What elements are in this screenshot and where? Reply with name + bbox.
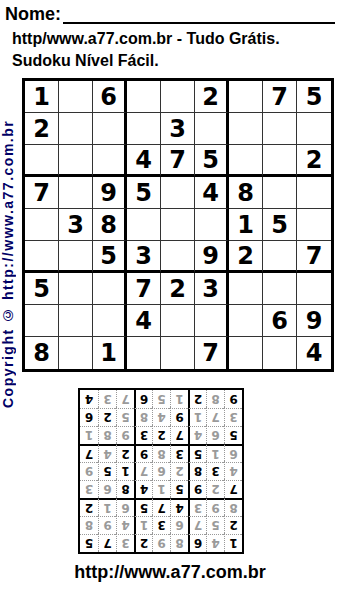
puzzle-cell: 7 [297, 241, 331, 273]
solution-cell: 7 [98, 534, 116, 552]
solution-cell: 5 [206, 516, 224, 534]
puzzle-cell: 4 [195, 177, 229, 209]
solution-cell: 5 [224, 426, 242, 444]
puzzle-cell [127, 337, 161, 369]
puzzle-cell: 8 [229, 177, 263, 209]
puzzle-cell [59, 177, 93, 209]
puzzle-cell: 5 [127, 177, 161, 209]
puzzle-cell [263, 113, 297, 145]
solution-cell: 7 [206, 408, 224, 426]
puzzle-cell [161, 81, 195, 113]
solution-cell: 7 [170, 426, 188, 444]
solution-cell: 1 [224, 534, 242, 552]
puzzle-cell: 1 [93, 337, 127, 369]
puzzle-cell [59, 241, 93, 273]
solution-cell: 1 [152, 480, 170, 498]
solution-cell: 1 [98, 498, 116, 516]
solution-cell: 4 [80, 390, 98, 408]
solution-cell: 8 [80, 516, 98, 534]
solution-cell: 7 [134, 462, 152, 480]
puzzle-cell: 4 [127, 145, 161, 177]
sudoku-print-page: Nome: http/www.a77.com.br - Tudo Grátis.… [0, 0, 340, 596]
solution-cell: 9 [188, 480, 206, 498]
solution-cell: 8 [224, 498, 242, 516]
puzzle-cell: 3 [161, 113, 195, 145]
puzzle-cell: 2 [297, 145, 331, 177]
puzzle-cell [263, 273, 297, 305]
solution-cell: 4 [134, 480, 152, 498]
solution-cell: 4 [224, 462, 242, 480]
puzzle-cell: 1 [25, 81, 59, 113]
footer-url: http://www.a77.com.br [0, 562, 340, 583]
puzzle-cell [161, 177, 195, 209]
puzzle-cell: 4 [297, 337, 331, 369]
puzzle-cell [297, 209, 331, 241]
solution-cell: 4 [170, 498, 188, 516]
puzzle-cell: 2 [195, 81, 229, 113]
puzzle-cell [59, 145, 93, 177]
solution-grid: 1468923752576314988934756127295148634382… [78, 388, 244, 554]
solution-cell: 3 [152, 516, 170, 534]
puzzle-cell [25, 241, 59, 273]
puzzle-cell [161, 209, 195, 241]
puzzle-cell [229, 113, 263, 145]
puzzle-cell: 3 [59, 209, 93, 241]
solution-cell: 7 [116, 390, 134, 408]
solution-cell: 6 [98, 480, 116, 498]
solution-cell: 3 [116, 534, 134, 552]
puzzle-cell [59, 305, 93, 337]
solution-cell: 3 [80, 480, 98, 498]
solution-cell: 9 [80, 462, 98, 480]
solution-cell: 8 [170, 534, 188, 552]
solution-cell: 9 [116, 426, 134, 444]
puzzle-cell: 7 [127, 273, 161, 305]
solution-cell: 2 [188, 390, 206, 408]
puzzle-cell [93, 113, 127, 145]
solution-cell: 8 [206, 390, 224, 408]
puzzle-cell: 9 [195, 241, 229, 273]
puzzle-cell: 7 [263, 81, 297, 113]
puzzle-cell [93, 305, 127, 337]
solution-cell: 9 [170, 408, 188, 426]
puzzle-cell: 5 [297, 81, 331, 113]
solution-cell: 8 [188, 462, 206, 480]
solution-cell: 7 [152, 498, 170, 516]
puzzle-cell: 2 [161, 273, 195, 305]
puzzle-cell [297, 177, 331, 209]
solution-cell: 9 [134, 444, 152, 462]
solution-cell: 9 [98, 516, 116, 534]
solution-cell: 6 [116, 498, 134, 516]
solution-cell: 2 [206, 480, 224, 498]
puzzle-cell: 8 [25, 337, 59, 369]
copyright-vertical: Copyright © http://www.a77.com.br [0, 84, 20, 444]
solution-cell: 5 [98, 462, 116, 480]
solution-cell: 5 [152, 390, 170, 408]
puzzle-cell: 6 [93, 81, 127, 113]
solution-cell: 5 [134, 498, 152, 516]
solution-cell: 9 [224, 390, 242, 408]
name-row: Nome: [0, 0, 340, 24]
puzzle-grid: 162752347527954838155392757234698174 [22, 78, 334, 372]
puzzle-cell [229, 305, 263, 337]
solution-cell: 6 [224, 444, 242, 462]
puzzle-cell [263, 177, 297, 209]
solution-cell: 4 [98, 444, 116, 462]
puzzle-cell [93, 273, 127, 305]
puzzle-cell [127, 81, 161, 113]
solution-cell: 8 [134, 408, 152, 426]
puzzle-cell: 7 [25, 177, 59, 209]
puzzle-cell [127, 113, 161, 145]
puzzle-cell: 3 [127, 241, 161, 273]
puzzle-cell [195, 305, 229, 337]
solution-cell: 3 [206, 462, 224, 480]
puzzle-cell [161, 337, 195, 369]
puzzle-cell: 6 [263, 305, 297, 337]
solution-cell: 3 [170, 444, 188, 462]
solution-cell: 1 [188, 408, 206, 426]
solution-cell: 2 [224, 516, 242, 534]
solution-cell: 6 [152, 462, 170, 480]
puzzle-cell [297, 113, 331, 145]
puzzle-cell [263, 337, 297, 369]
puzzle-cell: 5 [93, 241, 127, 273]
puzzle-cell: 5 [25, 273, 59, 305]
solution-cell: 7 [188, 516, 206, 534]
puzzle-cell [229, 273, 263, 305]
puzzle-cell: 7 [195, 337, 229, 369]
solution-cell: 8 [152, 444, 170, 462]
solution-cell: 4 [206, 534, 224, 552]
puzzle-title: Sudoku Nível Fácil. [12, 52, 340, 70]
puzzle-cell [161, 241, 195, 273]
site-tagline: http/www.a77.com.br - Tudo Grátis. [12, 30, 340, 48]
puzzle-cell: 5 [195, 145, 229, 177]
puzzle-cell [195, 209, 229, 241]
puzzle-cell [25, 209, 59, 241]
solution-cell: 1 [206, 444, 224, 462]
puzzle-cell [263, 145, 297, 177]
puzzle-cell [25, 305, 59, 337]
solution-cell: 2 [170, 462, 188, 480]
puzzle-cell: 7 [161, 145, 195, 177]
puzzle-cell [229, 81, 263, 113]
solution-cell: 2 [134, 534, 152, 552]
puzzle-cell [59, 337, 93, 369]
puzzle-cell: 5 [263, 209, 297, 241]
solution-cell: 7 [224, 480, 242, 498]
puzzle-cell [59, 273, 93, 305]
puzzle-cell [229, 145, 263, 177]
solution-cell: 3 [134, 426, 152, 444]
solution-cell: 7 [80, 444, 98, 462]
puzzle-cell [59, 113, 93, 145]
solution-cell: 6 [170, 516, 188, 534]
puzzle-cell [127, 209, 161, 241]
solution-cell: 5 [170, 480, 188, 498]
solution-cell: 4 [116, 516, 134, 534]
puzzle-cell: 9 [93, 177, 127, 209]
solution-cell: 6 [206, 426, 224, 444]
solution-cell: 6 [134, 390, 152, 408]
puzzle-cell [263, 241, 297, 273]
solution-cell: 1 [134, 516, 152, 534]
solution-cell: 9 [152, 534, 170, 552]
solution-cell: 8 [116, 480, 134, 498]
puzzle-cell: 3 [195, 273, 229, 305]
solution-cell: 1 [80, 426, 98, 444]
solution-cell: 4 [188, 426, 206, 444]
solution-cell: 2 [80, 498, 98, 516]
puzzle-cell [25, 145, 59, 177]
solution-cell: 3 [224, 408, 242, 426]
puzzle-cell: 8 [93, 209, 127, 241]
puzzle-cell [195, 113, 229, 145]
puzzle-cell [93, 145, 127, 177]
solution-cell: 2 [98, 408, 116, 426]
puzzle-cell: 9 [297, 305, 331, 337]
solution-cell: 5 [188, 444, 206, 462]
solution-cell: 3 [188, 498, 206, 516]
solution-cell: 4 [152, 408, 170, 426]
puzzle-cell: 2 [229, 241, 263, 273]
name-underline [63, 7, 335, 24]
puzzle-cell: 4 [127, 305, 161, 337]
solution-cell: 5 [80, 534, 98, 552]
puzzle-cell: 2 [25, 113, 59, 145]
solution-cell: 9 [206, 498, 224, 516]
solution-cell: 6 [80, 408, 98, 426]
puzzle-cell [161, 305, 195, 337]
solution-cell: 3 [98, 390, 116, 408]
solution-cell: 2 [152, 426, 170, 444]
puzzle-cell [59, 81, 93, 113]
puzzle-cell [297, 273, 331, 305]
solution-cell: 8 [98, 426, 116, 444]
puzzle-cell [229, 337, 263, 369]
solution-cell: 1 [116, 462, 134, 480]
puzzle-cell: 1 [229, 209, 263, 241]
solution-cell: 5 [116, 408, 134, 426]
name-label: Nome: [5, 4, 61, 24]
solution-cell: 6 [188, 534, 206, 552]
solution-cell: 1 [170, 390, 188, 408]
solution-cell: 2 [116, 444, 134, 462]
